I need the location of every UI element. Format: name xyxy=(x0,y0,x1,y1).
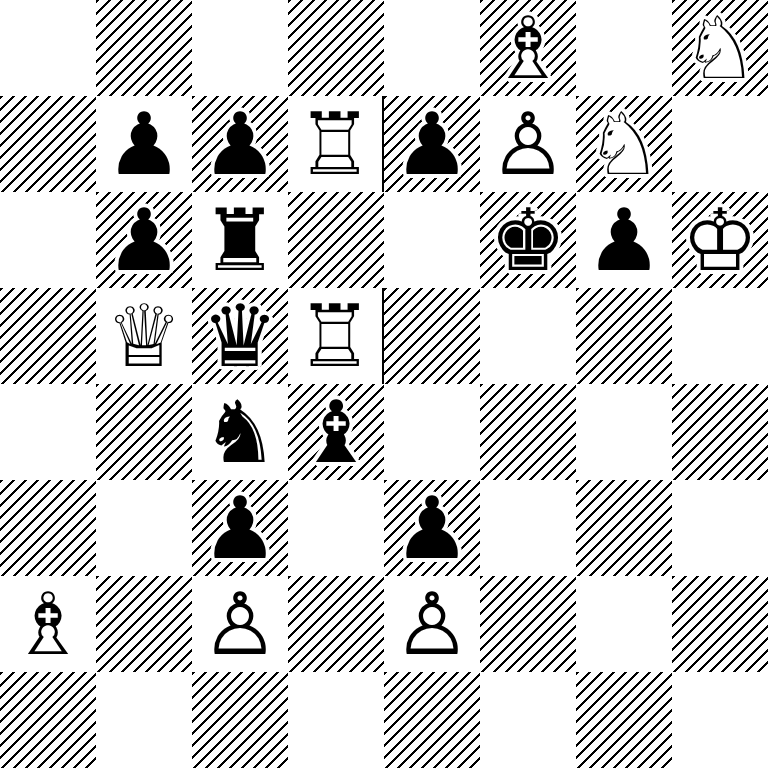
square-e7[interactable]: ♟♟ xyxy=(384,96,480,192)
square-g6[interactable]: ♟♟ xyxy=(576,192,672,288)
white-pawn-piece[interactable]: ♙ xyxy=(384,576,480,672)
black-pawn-piece[interactable]: ♟ xyxy=(384,480,480,576)
square-c3[interactable]: ♟♟ xyxy=(192,480,288,576)
black-pawn-piece[interactable]: ♟ xyxy=(96,192,192,288)
square-b6[interactable]: ♟♟ xyxy=(96,192,192,288)
square-e8[interactable] xyxy=(384,0,480,96)
square-g8[interactable] xyxy=(576,0,672,96)
square-b3[interactable] xyxy=(96,480,192,576)
square-h7[interactable] xyxy=(672,96,768,192)
square-b1[interactable] xyxy=(96,672,192,768)
square-d2[interactable] xyxy=(288,576,384,672)
square-d5[interactable]: ♜♖ xyxy=(288,288,384,384)
square-h3[interactable] xyxy=(672,480,768,576)
black-queen-piece[interactable]: ♛ xyxy=(192,288,288,384)
square-h4[interactable] xyxy=(672,384,768,480)
square-f3[interactable] xyxy=(480,480,576,576)
square-g1[interactable] xyxy=(576,672,672,768)
black-king-piece[interactable]: ♚ xyxy=(480,192,576,288)
black-bishop-piece[interactable]: ♝ xyxy=(288,384,384,480)
square-a5[interactable] xyxy=(0,288,96,384)
square-c8[interactable] xyxy=(192,0,288,96)
square-f6[interactable]: ♚♚ xyxy=(480,192,576,288)
square-c6[interactable]: ♜♜ xyxy=(192,192,288,288)
square-f2[interactable] xyxy=(480,576,576,672)
square-h6[interactable]: ♚♔ xyxy=(672,192,768,288)
black-pawn-piece[interactable]: ♟ xyxy=(192,480,288,576)
square-f8[interactable]: ♝♗ xyxy=(480,0,576,96)
square-d3[interactable] xyxy=(288,480,384,576)
square-b4[interactable] xyxy=(96,384,192,480)
square-b8[interactable] xyxy=(96,0,192,96)
square-g7[interactable]: ♞♘ xyxy=(576,96,672,192)
white-pawn-piece[interactable]: ♙ xyxy=(192,576,288,672)
square-a6[interactable] xyxy=(0,192,96,288)
square-d7[interactable]: ♜♖ xyxy=(288,96,384,192)
white-queen-piece[interactable]: ♕ xyxy=(96,288,192,384)
square-g4[interactable] xyxy=(576,384,672,480)
square-d6[interactable] xyxy=(288,192,384,288)
square-e1[interactable] xyxy=(384,672,480,768)
square-a3[interactable] xyxy=(0,480,96,576)
square-e6[interactable] xyxy=(384,192,480,288)
white-bishop-piece[interactable]: ♗ xyxy=(0,576,96,672)
square-a7[interactable] xyxy=(0,96,96,192)
black-pawn-piece[interactable]: ♟ xyxy=(96,96,192,192)
square-g3[interactable] xyxy=(576,480,672,576)
square-b2[interactable] xyxy=(96,576,192,672)
white-bishop-piece[interactable]: ♗ xyxy=(480,0,576,96)
white-king-piece[interactable]: ♔ xyxy=(672,192,768,288)
white-pawn-piece[interactable]: ♙ xyxy=(480,96,576,192)
square-g2[interactable] xyxy=(576,576,672,672)
black-pawn-piece[interactable]: ♟ xyxy=(576,192,672,288)
black-rook-piece[interactable]: ♜ xyxy=(192,192,288,288)
square-f4[interactable] xyxy=(480,384,576,480)
square-h5[interactable] xyxy=(672,288,768,384)
square-e2[interactable]: ♟♙ xyxy=(384,576,480,672)
square-c1[interactable] xyxy=(192,672,288,768)
white-knight-piece[interactable]: ♘ xyxy=(576,96,672,192)
square-a2[interactable]: ♝♗ xyxy=(0,576,96,672)
square-c4[interactable]: ♞♞ xyxy=(192,384,288,480)
chess-board: ♝♗♞♘♟♟♟♟♜♖♟♟♟♙♞♘♟♟♜♜♚♚♟♟♚♔♛♕♛♛♜♖♞♞♝♝♟♟♟♟… xyxy=(0,0,768,768)
square-e5[interactable] xyxy=(384,288,480,384)
square-c5[interactable]: ♛♛ xyxy=(192,288,288,384)
square-f7[interactable]: ♟♙ xyxy=(480,96,576,192)
square-f1[interactable] xyxy=(480,672,576,768)
white-knight-piece[interactable]: ♘ xyxy=(672,0,768,96)
square-e4[interactable] xyxy=(384,384,480,480)
square-a4[interactable] xyxy=(0,384,96,480)
square-b7[interactable]: ♟♟ xyxy=(96,96,192,192)
black-pawn-piece[interactable]: ♟ xyxy=(384,96,480,192)
black-knight-piece[interactable]: ♞ xyxy=(192,384,288,480)
square-f5[interactable] xyxy=(480,288,576,384)
square-h1[interactable] xyxy=(672,672,768,768)
square-g5[interactable] xyxy=(576,288,672,384)
square-c7[interactable]: ♟♟ xyxy=(192,96,288,192)
square-h8[interactable]: ♞♘ xyxy=(672,0,768,96)
black-pawn-piece[interactable]: ♟ xyxy=(192,96,288,192)
square-d4[interactable]: ♝♝ xyxy=(288,384,384,480)
square-h2[interactable] xyxy=(672,576,768,672)
square-c2[interactable]: ♟♙ xyxy=(192,576,288,672)
square-e3[interactable]: ♟♟ xyxy=(384,480,480,576)
square-d8[interactable] xyxy=(288,0,384,96)
square-a8[interactable] xyxy=(0,0,96,96)
square-b5[interactable]: ♛♕ xyxy=(96,288,192,384)
white-rook-piece[interactable]: ♖ xyxy=(288,96,382,192)
square-d1[interactable] xyxy=(288,672,384,768)
white-rook-piece[interactable]: ♖ xyxy=(288,288,382,384)
square-a1[interactable] xyxy=(0,672,96,768)
